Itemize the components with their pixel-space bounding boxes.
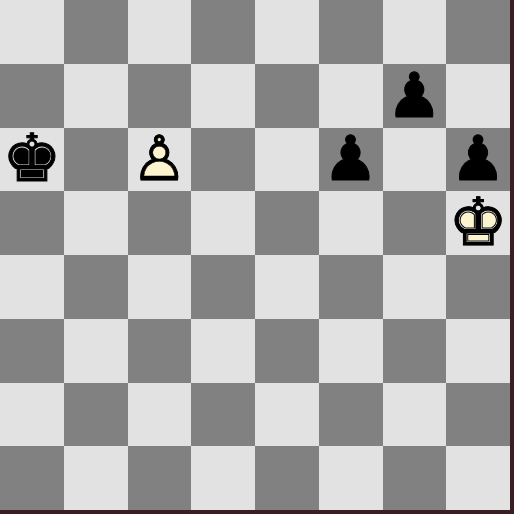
square-d2[interactable] (191, 383, 255, 447)
piece-glyph-fill: ♟ (319, 128, 383, 192)
square-e5[interactable] (255, 191, 319, 255)
square-e2[interactable] (255, 383, 319, 447)
square-f3[interactable] (319, 319, 383, 383)
square-g2[interactable] (383, 383, 447, 447)
square-a1[interactable] (0, 446, 64, 510)
square-f4[interactable] (319, 255, 383, 319)
piece-glyph-outline: ♔ (446, 191, 510, 255)
square-e4[interactable] (255, 255, 319, 319)
square-h5[interactable]: ♚♔ (446, 191, 510, 255)
square-c5[interactable] (128, 191, 192, 255)
square-b2[interactable] (64, 383, 128, 447)
square-d7[interactable] (191, 64, 255, 128)
square-a5[interactable] (0, 191, 64, 255)
square-a4[interactable] (0, 255, 64, 319)
piece-glyph-outline: ♙ (128, 128, 192, 192)
square-f5[interactable] (319, 191, 383, 255)
square-h2[interactable] (446, 383, 510, 447)
square-h8[interactable] (446, 0, 510, 64)
square-c7[interactable] (128, 64, 192, 128)
piece-glyph-fill: ♟ (383, 64, 447, 128)
square-g1[interactable] (383, 446, 447, 510)
white-king: ♚♔ (446, 191, 510, 255)
white-pawn: ♟♙ (128, 128, 192, 192)
square-c2[interactable] (128, 383, 192, 447)
square-h4[interactable] (446, 255, 510, 319)
square-b6[interactable] (64, 128, 128, 192)
square-h7[interactable] (446, 64, 510, 128)
square-e7[interactable] (255, 64, 319, 128)
black-pawn: ♟ (383, 64, 447, 128)
square-c8[interactable] (128, 0, 192, 64)
square-g3[interactable] (383, 319, 447, 383)
square-g5[interactable] (383, 191, 447, 255)
square-f6[interactable]: ♟ (319, 128, 383, 192)
black-pawn: ♟ (446, 128, 510, 192)
square-c3[interactable] (128, 319, 192, 383)
square-h3[interactable] (446, 319, 510, 383)
chess-board: ♟♚♟♙♟♟♚♔ (0, 0, 510, 510)
square-b1[interactable] (64, 446, 128, 510)
piece-glyph-fill: ♟ (128, 128, 192, 192)
square-b7[interactable] (64, 64, 128, 128)
square-d3[interactable] (191, 319, 255, 383)
square-h1[interactable] (446, 446, 510, 510)
square-b5[interactable] (64, 191, 128, 255)
square-b4[interactable] (64, 255, 128, 319)
square-a6[interactable]: ♚ (0, 128, 64, 192)
square-a3[interactable] (0, 319, 64, 383)
square-d6[interactable] (191, 128, 255, 192)
square-g6[interactable] (383, 128, 447, 192)
square-h6[interactable]: ♟ (446, 128, 510, 192)
square-f7[interactable] (319, 64, 383, 128)
piece-glyph-fill: ♚ (446, 191, 510, 255)
piece-glyph-fill: ♟ (446, 128, 510, 192)
square-a8[interactable] (0, 0, 64, 64)
square-f1[interactable] (319, 446, 383, 510)
square-g4[interactable] (383, 255, 447, 319)
square-e3[interactable] (255, 319, 319, 383)
square-g7[interactable]: ♟ (383, 64, 447, 128)
square-e1[interactable] (255, 446, 319, 510)
black-king: ♚ (0, 128, 64, 192)
square-d8[interactable] (191, 0, 255, 64)
square-c6[interactable]: ♟♙ (128, 128, 192, 192)
square-d1[interactable] (191, 446, 255, 510)
square-b3[interactable] (64, 319, 128, 383)
square-c1[interactable] (128, 446, 192, 510)
square-g8[interactable] (383, 0, 447, 64)
square-f8[interactable] (319, 0, 383, 64)
black-pawn: ♟ (319, 128, 383, 192)
square-a7[interactable] (0, 64, 64, 128)
square-d4[interactable] (191, 255, 255, 319)
square-e6[interactable] (255, 128, 319, 192)
square-b8[interactable] (64, 0, 128, 64)
piece-glyph-fill: ♚ (0, 128, 64, 192)
square-e8[interactable] (255, 0, 319, 64)
square-a2[interactable] (0, 383, 64, 447)
square-c4[interactable] (128, 255, 192, 319)
square-d5[interactable] (191, 191, 255, 255)
chess-board-frame: ♟♚♟♙♟♟♚♔ (0, 0, 514, 514)
square-f2[interactable] (319, 383, 383, 447)
